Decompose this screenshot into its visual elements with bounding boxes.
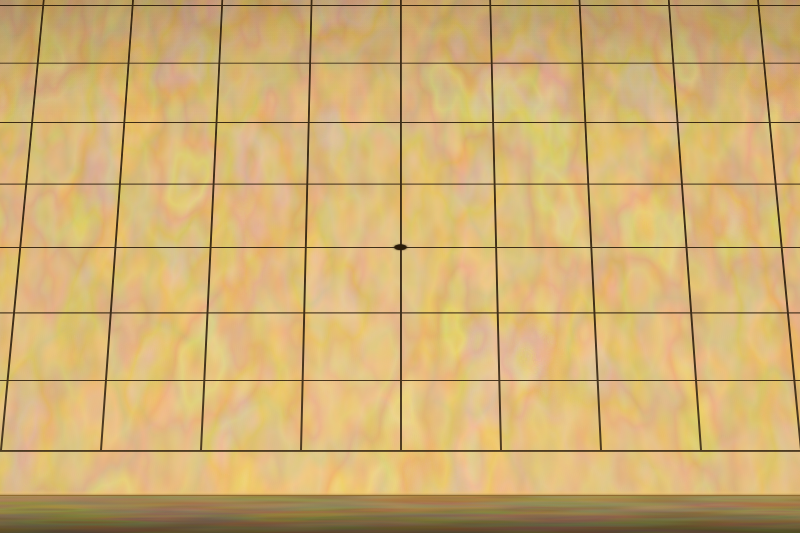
board-cell[interactable] — [587, 184, 685, 247]
board-cell[interactable] — [677, 122, 775, 183]
board-cell[interactable] — [200, 380, 302, 450]
board-cell[interactable] — [203, 312, 303, 380]
board-side-face — [0, 496, 800, 533]
go-board-surface — [0, 0, 800, 495]
board-cell[interactable] — [0, 5, 42, 63]
board-cell[interactable] — [300, 380, 400, 450]
board-cell[interactable] — [769, 122, 800, 183]
board-cell[interactable] — [489, 5, 581, 63]
board-cell[interactable] — [597, 380, 700, 450]
board-cell[interactable] — [400, 380, 500, 450]
board-cell[interactable] — [491, 63, 585, 123]
board-cell[interactable] — [582, 63, 677, 123]
board-cell[interactable] — [119, 122, 216, 183]
board-cell[interactable] — [590, 247, 690, 312]
board-cell[interactable] — [763, 63, 800, 123]
board-cell[interactable] — [686, 247, 787, 312]
board-cell[interactable] — [498, 380, 600, 450]
board-cell[interactable] — [308, 63, 400, 123]
board-cell[interactable] — [213, 122, 308, 183]
board-cell[interactable] — [207, 247, 305, 312]
board-cell[interactable] — [123, 63, 218, 123]
board-cell[interactable] — [218, 5, 310, 63]
board-cell[interactable] — [400, 312, 498, 380]
board-cell[interactable] — [758, 5, 800, 63]
board-cell[interactable] — [306, 122, 400, 183]
board-cell[interactable] — [303, 247, 400, 312]
board-cell[interactable] — [400, 184, 495, 247]
board-cell[interactable] — [681, 184, 781, 247]
board-cell[interactable] — [579, 5, 673, 63]
board-cell[interactable] — [668, 5, 763, 63]
goban-photo-scene — [0, 0, 800, 533]
board-cell[interactable] — [100, 380, 203, 450]
board-cell[interactable] — [309, 5, 400, 63]
board-cell[interactable] — [25, 122, 123, 183]
board-cell[interactable] — [7, 312, 110, 380]
star-point-hoshi — [394, 244, 406, 250]
board-cell[interactable] — [13, 247, 114, 312]
board-cell[interactable] — [593, 312, 695, 380]
board-cell[interactable] — [672, 63, 768, 123]
board-cell[interactable] — [19, 184, 119, 247]
board-cell[interactable] — [37, 5, 132, 63]
board-cell[interactable] — [105, 312, 207, 380]
board-cell[interactable] — [400, 122, 494, 183]
board-cell[interactable] — [400, 247, 497, 312]
go-board-grid — [0, 0, 800, 452]
side-shading-overlay — [0, 496, 800, 533]
board-cell[interactable] — [690, 312, 793, 380]
board-cell[interactable] — [128, 5, 222, 63]
board-cell[interactable] — [31, 63, 127, 123]
board-cell[interactable] — [494, 184, 591, 247]
board-cell[interactable] — [210, 184, 307, 247]
board-cell[interactable] — [400, 63, 492, 123]
board-cell[interactable] — [695, 380, 800, 450]
board-cell[interactable] — [492, 122, 587, 183]
board-cell[interactable] — [305, 184, 400, 247]
board-cell[interactable] — [114, 184, 212, 247]
board-cell[interactable] — [400, 5, 491, 63]
board-cell[interactable] — [495, 247, 593, 312]
board-cell[interactable] — [0, 380, 105, 450]
board-cell[interactable] — [584, 122, 681, 183]
board-cell[interactable] — [216, 63, 310, 123]
board-cell[interactable] — [302, 312, 400, 380]
board-cell[interactable] — [497, 312, 597, 380]
board-cell[interactable] — [110, 247, 210, 312]
